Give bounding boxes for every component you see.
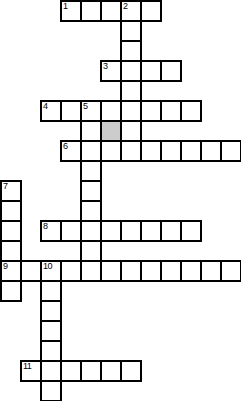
crossword-cell[interactable]	[20, 360, 42, 382]
crossword-cell[interactable]	[0, 260, 22, 282]
crossword-cell[interactable]	[120, 0, 142, 22]
crossword-cell[interactable]	[140, 100, 162, 122]
crossword-cell[interactable]	[80, 160, 102, 182]
crossword-cell[interactable]	[0, 220, 22, 242]
crossword-cell[interactable]	[40, 300, 62, 322]
crossword-cell[interactable]	[40, 380, 62, 401]
crossword-grid: 1234567891011	[0, 0, 241, 401]
crossword-cell[interactable]	[180, 100, 202, 122]
crossword-cell[interactable]	[140, 220, 162, 242]
crossword-cell[interactable]	[20, 260, 42, 282]
crossword-cell-shaded	[100, 120, 122, 142]
crossword-cell[interactable]	[80, 0, 102, 22]
crossword-cell[interactable]	[140, 140, 162, 162]
crossword-cell[interactable]	[80, 200, 102, 222]
crossword-cell[interactable]	[100, 100, 122, 122]
crossword-cell[interactable]	[160, 220, 182, 242]
crossword-cell[interactable]	[40, 340, 62, 362]
crossword-cell[interactable]	[0, 240, 22, 262]
crossword-cell[interactable]	[160, 60, 182, 82]
crossword-cell[interactable]	[120, 60, 142, 82]
crossword-cell[interactable]	[80, 100, 102, 122]
crossword-cell[interactable]	[160, 140, 182, 162]
crossword-cell[interactable]	[60, 140, 82, 162]
crossword-cell[interactable]	[100, 60, 122, 82]
crossword-cell[interactable]	[140, 260, 162, 282]
crossword-cell[interactable]	[120, 220, 142, 242]
crossword-cell[interactable]	[60, 100, 82, 122]
crossword-cell[interactable]	[80, 180, 102, 202]
crossword-cell[interactable]	[80, 360, 102, 382]
crossword-cell[interactable]	[180, 140, 202, 162]
crossword-cell[interactable]	[100, 220, 122, 242]
crossword-cell[interactable]	[220, 140, 241, 162]
crossword-cell[interactable]	[40, 260, 62, 282]
crossword-cell[interactable]	[120, 80, 142, 102]
crossword-cell[interactable]	[220, 260, 241, 282]
crossword-cell[interactable]	[120, 20, 142, 42]
crossword-cell[interactable]	[200, 140, 222, 162]
crossword-cell[interactable]	[40, 100, 62, 122]
crossword-cell[interactable]	[200, 260, 222, 282]
crossword-cell[interactable]	[40, 320, 62, 342]
crossword-cell[interactable]	[0, 200, 22, 222]
crossword-cell[interactable]	[40, 220, 62, 242]
crossword-cell[interactable]	[60, 220, 82, 242]
crossword-cell[interactable]	[120, 140, 142, 162]
crossword-cell[interactable]	[60, 260, 82, 282]
crossword-cell[interactable]	[40, 280, 62, 302]
crossword-cell[interactable]	[60, 360, 82, 382]
crossword-cell[interactable]	[40, 360, 62, 382]
crossword-cell[interactable]	[80, 140, 102, 162]
crossword-cell[interactable]	[120, 260, 142, 282]
crossword-cell[interactable]	[80, 260, 102, 282]
crossword-cell[interactable]	[160, 100, 182, 122]
crossword-cell[interactable]	[140, 60, 162, 82]
crossword-cell[interactable]	[140, 0, 162, 22]
crossword-cell[interactable]	[120, 40, 142, 62]
crossword-cell[interactable]	[120, 360, 142, 382]
crossword-cell[interactable]	[80, 120, 102, 142]
crossword-cell[interactable]	[60, 0, 82, 22]
crossword-cell[interactable]	[100, 140, 122, 162]
crossword-cell[interactable]	[120, 100, 142, 122]
crossword-cell[interactable]	[80, 220, 102, 242]
crossword-cell[interactable]	[100, 360, 122, 382]
crossword-cell[interactable]	[0, 280, 22, 302]
crossword-cell[interactable]	[160, 260, 182, 282]
crossword-cell[interactable]	[80, 240, 102, 262]
crossword-cell[interactable]	[180, 220, 202, 242]
crossword-cell[interactable]	[100, 260, 122, 282]
crossword-cell[interactable]	[100, 0, 122, 22]
crossword-cell[interactable]	[120, 120, 142, 142]
crossword-cell[interactable]	[0, 180, 22, 202]
crossword-cell[interactable]	[180, 260, 202, 282]
